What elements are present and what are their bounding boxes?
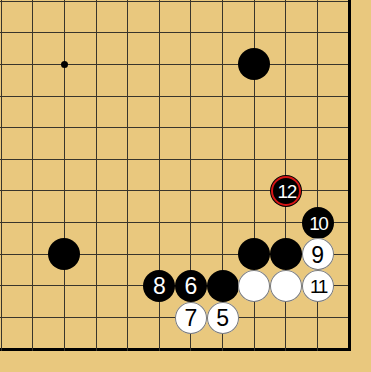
intersection-o1[interactable] (175, 333, 207, 365)
intersection-s11[interactable] (302, 17, 334, 49)
intersection-t8[interactable] (333, 112, 365, 144)
stone-white-o2: 7 (175, 302, 207, 334)
intersection-h12[interactable] (0, 0, 17, 17)
intersection-n10[interactable] (143, 49, 175, 81)
intersection-p11[interactable] (207, 17, 239, 49)
intersection-j5[interactable] (17, 207, 49, 239)
intersection-r8[interactable] (270, 112, 302, 144)
intersection-r4[interactable] (270, 238, 302, 270)
intersection-n7[interactable] (143, 143, 175, 175)
intersection-m8[interactable] (112, 112, 144, 144)
stone-black-r6: 12 (270, 175, 302, 207)
intersection-q11[interactable] (238, 17, 270, 49)
intersection-n3[interactable]: 8 (143, 270, 175, 302)
intersection-t9[interactable] (333, 80, 365, 112)
stone-black-n3: 8 (143, 270, 175, 302)
intersection-r10[interactable] (270, 49, 302, 81)
intersection-h10[interactable] (0, 49, 17, 81)
intersection-m5[interactable] (112, 207, 144, 239)
intersection-q9[interactable] (238, 80, 270, 112)
intersection-p4[interactable] (207, 238, 239, 270)
stone-black-r4 (270, 238, 302, 270)
intersection-o2[interactable]: 7 (175, 302, 207, 334)
intersection-s1[interactable] (302, 333, 334, 365)
intersection-m11[interactable] (112, 17, 144, 49)
intersection-t4[interactable] (333, 238, 365, 270)
intersection-m2[interactable] (112, 302, 144, 334)
move-number: 7 (185, 307, 198, 330)
stone-black-q10 (238, 48, 270, 80)
intersection-s10[interactable] (302, 49, 334, 81)
intersection-r11[interactable] (270, 17, 302, 49)
intersection-p1[interactable] (207, 333, 239, 365)
intersection-s12[interactable] (302, 0, 334, 17)
intersection-l12[interactable] (80, 0, 112, 17)
intersection-k9[interactable] (49, 80, 81, 112)
stone-black-k4 (48, 238, 80, 270)
intersection-s7[interactable] (302, 143, 334, 175)
intersection-r2[interactable] (270, 302, 302, 334)
intersection-p7[interactable] (207, 143, 239, 175)
intersection-o11[interactable] (175, 17, 207, 49)
intersection-s8[interactable] (302, 112, 334, 144)
intersection-r5[interactable] (270, 207, 302, 239)
intersection-o9[interactable] (175, 80, 207, 112)
intersection-k11[interactable] (49, 17, 81, 49)
move-number: 12 (278, 182, 296, 201)
intersection-k12[interactable] (49, 0, 81, 17)
intersection-m10[interactable] (112, 49, 144, 81)
intersection-p8[interactable] (207, 112, 239, 144)
intersection-m4[interactable] (112, 238, 144, 270)
intersection-o6[interactable] (175, 175, 207, 207)
stone-black-p3 (207, 270, 239, 302)
intersection-p5[interactable] (207, 207, 239, 239)
intersection-q12[interactable] (238, 0, 270, 17)
intersection-t10[interactable] (333, 49, 365, 81)
intersection-o7[interactable] (175, 143, 207, 175)
intersection-t6[interactable] (333, 175, 365, 207)
intersection-k8[interactable] (49, 112, 81, 144)
intersection-h4[interactable] (0, 238, 17, 270)
intersection-h7[interactable] (0, 143, 17, 175)
intersection-l7[interactable] (80, 143, 112, 175)
intersection-n8[interactable] (143, 112, 175, 144)
intersection-o4[interactable] (175, 238, 207, 270)
intersection-s5[interactable]: 10 (302, 207, 334, 239)
intersection-j2[interactable] (17, 302, 49, 334)
intersection-q1[interactable] (238, 333, 270, 365)
intersection-h11[interactable] (0, 17, 17, 49)
intersection-o10[interactable] (175, 49, 207, 81)
intersection-q10[interactable] (238, 49, 270, 81)
intersection-n5[interactable] (143, 207, 175, 239)
intersection-l2[interactable] (80, 302, 112, 334)
intersection-m9[interactable] (112, 80, 144, 112)
intersection-k4[interactable] (49, 238, 81, 270)
intersection-n1[interactable] (143, 333, 175, 365)
intersection-j12[interactable] (17, 0, 49, 17)
intersection-r3[interactable] (270, 270, 302, 302)
intersection-j1[interactable] (17, 333, 49, 365)
intersection-m1[interactable] (112, 333, 144, 365)
intersection-j8[interactable] (17, 112, 49, 144)
intersection-k10[interactable] (49, 49, 81, 81)
stone-white-p2: 5 (207, 302, 239, 334)
intersection-p9[interactable] (207, 80, 239, 112)
intersection-p12[interactable] (207, 0, 239, 17)
intersection-t7[interactable] (333, 143, 365, 175)
go-board: 12109861175 (0, 0, 365, 365)
intersection-k6[interactable] (49, 175, 81, 207)
intersection-j6[interactable] (17, 175, 49, 207)
intersection-o5[interactable] (175, 207, 207, 239)
intersection-t5[interactable] (333, 207, 365, 239)
intersection-k3[interactable] (49, 270, 81, 302)
intersection-p6[interactable] (207, 175, 239, 207)
intersection-o12[interactable] (175, 0, 207, 17)
intersection-p2[interactable]: 5 (207, 302, 239, 334)
intersection-p10[interactable] (207, 49, 239, 81)
stone-white-s3: 11 (302, 270, 334, 302)
intersection-n6[interactable] (143, 175, 175, 207)
intersection-s3[interactable]: 11 (302, 270, 334, 302)
intersection-l3[interactable] (80, 270, 112, 302)
intersection-s6[interactable] (302, 175, 334, 207)
intersection-n9[interactable] (143, 80, 175, 112)
intersection-s9[interactable] (302, 80, 334, 112)
intersection-l5[interactable] (80, 207, 112, 239)
intersection-l10[interactable] (80, 49, 112, 81)
intersection-k7[interactable] (49, 143, 81, 175)
intersection-q5[interactable] (238, 207, 270, 239)
intersection-j7[interactable] (17, 143, 49, 175)
intersection-j9[interactable] (17, 80, 49, 112)
stone-black-q4 (238, 238, 270, 270)
intersection-t3[interactable] (333, 270, 365, 302)
intersection-l1[interactable] (80, 333, 112, 365)
stone-white-q3 (238, 270, 270, 302)
intersection-h1[interactable] (0, 333, 17, 365)
intersection-t1[interactable] (333, 333, 365, 365)
intersection-k2[interactable] (49, 302, 81, 334)
intersection-q8[interactable] (238, 112, 270, 144)
intersection-r12[interactable] (270, 0, 302, 17)
intersection-h9[interactable] (0, 80, 17, 112)
intersection-o8[interactable] (175, 112, 207, 144)
intersection-o3[interactable]: 6 (175, 270, 207, 302)
intersection-s2[interactable] (302, 302, 334, 334)
intersection-q7[interactable] (238, 143, 270, 175)
go-board-diagram: 12109861175 (0, 0, 371, 372)
stone-black-s5: 10 (302, 207, 334, 239)
star-point-k10 (61, 61, 68, 68)
intersection-l8[interactable] (80, 112, 112, 144)
intersection-n12[interactable] (143, 0, 175, 17)
move-number: 11 (310, 277, 327, 296)
intersection-j10[interactable] (17, 49, 49, 81)
intersection-j4[interactable] (17, 238, 49, 270)
intersection-r6[interactable]: 12 (270, 175, 302, 207)
move-number: 9 (311, 243, 324, 266)
stone-black-o3: 6 (175, 270, 207, 302)
intersection-r7[interactable] (270, 143, 302, 175)
intersection-m7[interactable] (112, 143, 144, 175)
intersection-q4[interactable] (238, 238, 270, 270)
move-number: 10 (309, 214, 327, 233)
stone-white-r3 (270, 270, 302, 302)
move-number: 5 (216, 307, 229, 330)
intersection-l4[interactable] (80, 238, 112, 270)
intersection-j3[interactable] (17, 270, 49, 302)
intersection-q6[interactable] (238, 175, 270, 207)
intersection-r1[interactable] (270, 333, 302, 365)
intersection-k5[interactable] (49, 207, 81, 239)
intersection-h5[interactable] (0, 207, 17, 239)
intersection-t11[interactable] (333, 17, 365, 49)
intersection-h3[interactable] (0, 270, 17, 302)
intersection-l6[interactable] (80, 175, 112, 207)
intersection-t2[interactable] (333, 302, 365, 334)
move-number: 6 (185, 275, 198, 298)
intersection-l11[interactable] (80, 17, 112, 49)
intersection-h2[interactable] (0, 302, 17, 334)
intersection-s4[interactable]: 9 (302, 238, 334, 270)
intersection-k1[interactable] (49, 333, 81, 365)
intersection-m12[interactable] (112, 0, 144, 17)
intersection-j11[interactable] (17, 17, 49, 49)
intersection-t12[interactable] (333, 0, 365, 17)
intersection-n11[interactable] (143, 17, 175, 49)
intersection-m3[interactable] (112, 270, 144, 302)
intersection-q2[interactable] (238, 302, 270, 334)
intersection-n4[interactable] (143, 238, 175, 270)
intersection-h8[interactable] (0, 112, 17, 144)
intersection-m6[interactable] (112, 175, 144, 207)
move-number: 8 (153, 275, 166, 298)
stone-white-s4: 9 (302, 238, 334, 270)
intersection-r9[interactable] (270, 80, 302, 112)
intersection-q3[interactable] (238, 270, 270, 302)
intersection-h6[interactable] (0, 175, 17, 207)
intersection-n2[interactable] (143, 302, 175, 334)
intersection-p3[interactable] (207, 270, 239, 302)
intersection-l9[interactable] (80, 80, 112, 112)
